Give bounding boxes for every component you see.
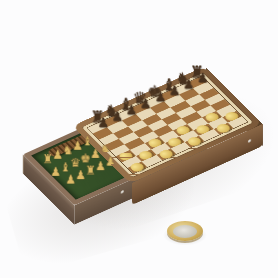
black-pawn[interactable]: ♟ [92, 113, 114, 133]
box-metal-catch [248, 139, 251, 143]
euro-coin [167, 221, 203, 241]
drawer-metal-pin [121, 190, 124, 194]
white-pawn[interactable]: ♟ [62, 172, 80, 188]
euro-coin-center [173, 225, 197, 238]
product-photo-scene: ♜♟♞♟♝♟♝♛♚♟♞♟♟♜♟♟ ♜♞♝♛♚♝♞♜♟♟♟♟♟♟♟♟ [0, 0, 278, 278]
